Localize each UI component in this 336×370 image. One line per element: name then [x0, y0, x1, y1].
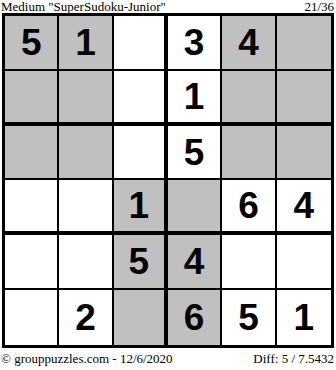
cell-r2c4[interactable]: 1 [168, 71, 222, 126]
cell-r6c3[interactable] [114, 290, 168, 345]
cell-r1c1[interactable]: 5 [5, 16, 59, 71]
cell-r1c3[interactable] [114, 16, 168, 71]
cell-r5c6[interactable] [277, 235, 331, 290]
cell-r2c5[interactable] [222, 71, 276, 126]
cell-r5c4[interactable]: 4 [168, 235, 222, 290]
cell-r3c1[interactable] [5, 126, 59, 181]
header: Medium "SuperSudoku-Junior" 21/36 [1, 0, 334, 13]
cell-r4c4[interactable] [168, 180, 222, 235]
cell-r6c5[interactable]: 5 [222, 290, 276, 345]
cell-r3c3[interactable] [114, 126, 168, 181]
cell-r4c1[interactable] [5, 180, 59, 235]
difficulty-label: Diff: 5 / 7.5432 [253, 352, 334, 366]
cell-r1c4[interactable]: 3 [168, 16, 222, 71]
cell-r1c2[interactable]: 1 [59, 16, 113, 71]
cell-r4c5[interactable]: 6 [222, 180, 276, 235]
cell-r5c3[interactable]: 5 [114, 235, 168, 290]
puzzle-page: Medium "SuperSudoku-Junior" 21/36 513415… [0, 0, 336, 370]
cell-r3c5[interactable] [222, 126, 276, 181]
puzzle-counter: 21/36 [304, 0, 334, 13]
cell-r6c2[interactable]: 2 [59, 290, 113, 345]
cell-r4c6[interactable]: 4 [277, 180, 331, 235]
cell-r5c2[interactable] [59, 235, 113, 290]
puzzle-title: Medium "SuperSudoku-Junior" [1, 0, 166, 13]
cell-r5c5[interactable] [222, 235, 276, 290]
copyright-credit: © grouppuzzles.com - 12/6/2020 [1, 352, 173, 366]
cell-r3c4[interactable]: 5 [168, 126, 222, 181]
cell-r2c1[interactable] [5, 71, 59, 126]
board: 513415164542651 [2, 13, 334, 348]
cell-r1c5[interactable]: 4 [222, 16, 276, 71]
cell-r1c6[interactable] [277, 16, 331, 71]
cell-r5c1[interactable] [5, 235, 59, 290]
footer: © grouppuzzles.com - 12/6/2020 Diff: 5 /… [1, 352, 334, 366]
cell-r3c6[interactable] [277, 126, 331, 181]
cell-r2c2[interactable] [59, 71, 113, 126]
cell-r6c1[interactable] [5, 290, 59, 345]
cell-r4c2[interactable] [59, 180, 113, 235]
cell-r6c6[interactable]: 1 [277, 290, 331, 345]
cell-r6c4[interactable]: 6 [168, 290, 222, 345]
cell-r4c3[interactable]: 1 [114, 180, 168, 235]
cell-r2c6[interactable] [277, 71, 331, 126]
cell-r2c3[interactable] [114, 71, 168, 126]
cell-r3c2[interactable] [59, 126, 113, 181]
